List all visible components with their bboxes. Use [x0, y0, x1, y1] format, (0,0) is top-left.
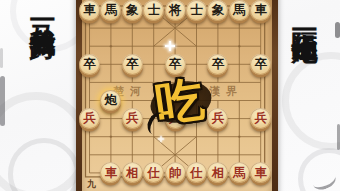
piece-glyph: 車: [83, 3, 96, 16]
piece-glyph: 象: [126, 3, 139, 16]
piece-black-soldier[interactable]: 卒: [165, 54, 186, 75]
piece-glyph: 士: [190, 3, 203, 16]
piece-black-elephant[interactable]: 象: [122, 0, 143, 21]
piece-glyph: 仕: [190, 166, 203, 179]
piece-black-advisor[interactable]: 士: [143, 0, 164, 21]
piece-glyph: 卒: [212, 58, 225, 71]
background-swirl: [8, 138, 80, 191]
ink-stroke: [0, 76, 5, 126]
piece-black-soldier[interactable]: 卒: [122, 54, 143, 75]
piece-red-soldier[interactable]: 兵: [122, 108, 143, 129]
piece-glyph: 卒: [126, 58, 139, 71]
piece-red-general[interactable]: 帥: [165, 162, 186, 183]
screenshot-root: 跨日偷我一马 隔山还你一炮: [0, 0, 340, 191]
piece-glyph: 車: [254, 3, 267, 16]
piece-glyph: 馬: [233, 166, 246, 179]
piece-glyph: 兵: [169, 112, 182, 125]
xiangqi-board[interactable]: 楚河 漢界 九 車馬象士将士象馬車卒卒卒卒卒炮兵兵兵兵兵車相仕帥仕相馬車: [76, 0, 278, 191]
piece-glyph: 兵: [126, 112, 139, 125]
piece-glyph: 卒: [83, 58, 96, 71]
piece-glyph: 炮: [105, 94, 118, 107]
ink-stroke: [0, 48, 3, 68]
piece-glyph: 兵: [83, 112, 96, 125]
ink-stroke: [335, 22, 340, 38]
piece-glyph: 車: [105, 166, 118, 179]
piece-glyph: 帥: [169, 166, 182, 179]
piece-glyph: 兵: [254, 112, 267, 125]
piece-black-soldier[interactable]: 卒: [79, 54, 100, 75]
piece-glyph: 相: [212, 166, 225, 179]
piece-glyph: 馬: [105, 3, 118, 16]
piece-black-horse[interactable]: 馬: [100, 0, 121, 21]
background-swirl: [282, 52, 340, 150]
piece-black-chariot[interactable]: 車: [79, 0, 100, 21]
piece-black-soldier[interactable]: 卒: [250, 54, 271, 75]
piece-glyph: 兵: [212, 112, 225, 125]
piece-black-general[interactable]: 将: [165, 0, 186, 21]
piece-red-soldier[interactable]: 兵: [165, 108, 186, 129]
piece-red-soldier[interactable]: 兵: [79, 108, 100, 129]
piece-glyph: 象: [212, 3, 225, 16]
piece-glyph: 車: [254, 166, 267, 179]
piece-glyph: 相: [126, 166, 139, 179]
river-label-hanjie: 漢界: [209, 84, 243, 99]
piece-glyph: 仕: [147, 166, 160, 179]
file-label-nine: 九: [87, 178, 96, 191]
piece-black-advisor[interactable]: 士: [186, 0, 207, 21]
piece-black-elephant[interactable]: 象: [207, 0, 228, 21]
piece-glyph: 士: [147, 3, 160, 16]
piece-glyph: 将: [169, 3, 182, 16]
piece-glyph: 卒: [169, 58, 182, 71]
piece-glyph: 卒: [254, 58, 267, 71]
piece-black-chariot[interactable]: 車: [250, 0, 271, 21]
piece-glyph: 馬: [233, 3, 246, 16]
ink-stroke: [310, 168, 339, 191]
piece-black-horse[interactable]: 馬: [229, 0, 250, 21]
right-caption: 隔山还你一炮: [291, 12, 317, 18]
